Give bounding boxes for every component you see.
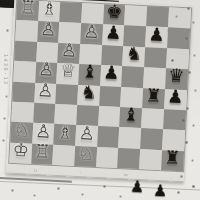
- square-a1: ♔: [9, 142, 32, 163]
- square-c8: [60, 2, 83, 23]
- square-d1: ♘: [74, 146, 97, 167]
- square-g8: [146, 6, 169, 27]
- square-e4: [99, 86, 122, 107]
- square-e6: [101, 45, 124, 66]
- piece-wP-d2: ♙: [75, 122, 98, 143]
- square-b6: [36, 42, 59, 63]
- square-g6: [144, 47, 167, 68]
- piece-bK-e8: ♚: [103, 1, 126, 22]
- square-e3: [98, 106, 121, 127]
- square-d7: ♙: [80, 23, 103, 44]
- square-h8: [168, 7, 191, 28]
- square-f3: ♝: [120, 107, 143, 128]
- margin-handwriting: 1439-13: [3, 54, 9, 86]
- square-e5: ♟: [100, 65, 123, 86]
- square-h3: [163, 109, 186, 130]
- piece-wQ-c5: ♕: [57, 60, 80, 81]
- square-c4: [56, 83, 79, 104]
- square-a2: ♘: [10, 122, 33, 143]
- frame-mark: w: [124, 172, 130, 177]
- square-h6: [166, 48, 189, 69]
- square-c2: ♗: [54, 124, 77, 145]
- chess-board: ♖♗♚♙♙♟♟♙♞♙♕♝♟♛♙♞♜♟♝♘♙♗♙♔♖♘♜ u-w.: [6, 0, 192, 182]
- square-b1: ♖: [31, 144, 54, 165]
- square-a4: [12, 81, 35, 102]
- piece-bQ-h5: ♛: [165, 65, 188, 86]
- piece-bN-f6: ♞: [123, 43, 146, 64]
- piece-wK-a1: ♔: [9, 139, 32, 160]
- square-a8: ♖: [16, 0, 39, 21]
- square-c5: ♕: [57, 63, 80, 84]
- square-f6: ♞: [123, 46, 146, 67]
- square-g2: [140, 128, 163, 149]
- square-g3: [141, 108, 164, 129]
- piece-bR-g4: ♜: [142, 85, 165, 106]
- photo-grain-speckles: [0, 0, 1, 1]
- square-f8: [125, 5, 148, 26]
- square-d6: [79, 44, 102, 65]
- captured-black-pawn-2: ♟: [153, 181, 168, 200]
- frame-mark: -: [79, 170, 83, 175]
- frame-mark: u: [34, 168, 39, 173]
- square-h4: ♟: [164, 89, 187, 110]
- square-f2: [119, 127, 142, 148]
- table-edge-line: [0, 181, 200, 191]
- piece-wB-b8: ♗: [38, 0, 61, 19]
- square-b3: [33, 103, 56, 124]
- piece-bB-f3: ♝: [120, 104, 143, 125]
- square-b4: ♙: [34, 82, 57, 103]
- square-g1: [139, 149, 162, 170]
- square-c1: [53, 145, 76, 166]
- piece-wP-b2: ♙: [32, 120, 55, 141]
- piece-wP-c6: ♙: [58, 40, 81, 61]
- square-e1: [96, 147, 119, 168]
- square-e7: ♟: [102, 25, 125, 46]
- board-frame: ♖♗♚♙♙♟♟♙♞♙♕♝♟♛♙♞♜♟♝♘♙♗♙♔♖♘♜ u-w.: [6, 0, 192, 182]
- square-b5: ♙: [35, 62, 58, 83]
- square-f4: [121, 87, 144, 108]
- piece-bN-d4: ♞: [77, 82, 100, 103]
- piece-bR-h1: ♜: [161, 147, 184, 168]
- square-b7: ♙: [37, 21, 60, 42]
- square-e2: [97, 126, 120, 147]
- square-c6: ♙: [58, 43, 81, 64]
- square-g7: ♟: [145, 27, 168, 48]
- square-a3: [11, 102, 34, 123]
- square-h2: [162, 130, 185, 151]
- captured-black-pawn-1: ♟: [130, 177, 145, 197]
- square-g5: [143, 67, 166, 88]
- piece-wP-d7: ♙: [80, 20, 103, 41]
- piece-wR-a8: ♖: [16, 0, 39, 18]
- square-f7: [124, 26, 147, 47]
- square-d5: ♝: [78, 64, 101, 85]
- piece-bP-e5: ♟: [100, 62, 123, 83]
- piece-wB-c2: ♗: [54, 121, 77, 142]
- square-a5: [13, 61, 36, 82]
- square-b8: ♗: [38, 1, 61, 22]
- square-f5: [122, 66, 145, 87]
- square-d8: [81, 3, 104, 24]
- piece-wN-d1: ♘: [74, 143, 97, 164]
- square-d2: ♙: [75, 125, 98, 146]
- square-d4: ♞: [77, 85, 100, 106]
- square-b2: ♙: [32, 123, 55, 144]
- square-f1: [118, 148, 141, 169]
- square-e8: ♚: [103, 4, 126, 25]
- square-d3: [76, 105, 99, 126]
- piece-wN-a2: ♘: [10, 119, 33, 140]
- square-a7: [15, 20, 38, 41]
- piece-wP-b7: ♙: [37, 18, 60, 39]
- square-h1: ♜: [161, 150, 184, 171]
- square-h7: [167, 28, 190, 49]
- square-g4: ♜: [142, 88, 165, 109]
- frame-mark: .: [170, 174, 174, 179]
- square-c3: [55, 104, 78, 125]
- piece-bP-e7: ♟: [102, 22, 125, 43]
- piece-bP-h4: ♟: [164, 86, 187, 107]
- piece-wR-b1: ♖: [31, 141, 54, 162]
- square-a6: [14, 41, 37, 62]
- photo-background: ♖♗♚♙♙♟♟♙♞♙♕♝♟♛♙♞♜♟♝♘♙♗♙♔♖♘♜ u-w. 1439-13…: [0, 0, 200, 200]
- piece-wP-b5: ♙: [35, 59, 58, 80]
- piece-bP-g7: ♟: [145, 24, 168, 45]
- piece-bB-d5: ♝: [78, 61, 101, 82]
- square-h5: ♛: [165, 68, 188, 89]
- board-grid: ♖♗♚♙♙♟♟♙♞♙♕♝♟♛♙♞♜♟♝♘♙♗♙♔♖♘♜: [8, 0, 191, 172]
- piece-wP-b4: ♙: [34, 79, 57, 100]
- square-c7: [59, 22, 82, 43]
